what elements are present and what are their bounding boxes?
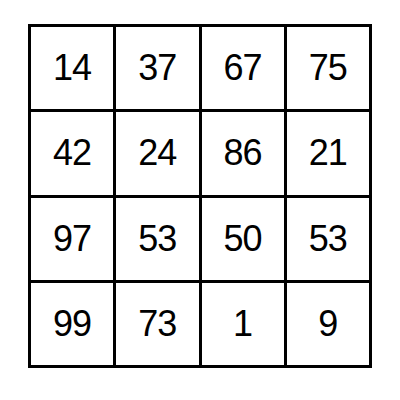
grid-cell-r3c3[interactable]: 9 bbox=[287, 283, 369, 365]
grid-cell-r0c3[interactable]: 75 bbox=[287, 27, 369, 109]
grid-cell-r0c2[interactable]: 67 bbox=[202, 27, 284, 109]
grid-cell-r0c1[interactable]: 37 bbox=[116, 27, 198, 109]
grid-cell-r3c0[interactable]: 99 bbox=[31, 283, 113, 365]
grid-cell-r2c3[interactable]: 53 bbox=[287, 198, 369, 280]
grid-cell-r1c0[interactable]: 42 bbox=[31, 112, 113, 194]
grid-cell-r3c2[interactable]: 1 bbox=[202, 283, 284, 365]
grid-cell-r1c2[interactable]: 86 bbox=[202, 112, 284, 194]
number-grid: 14 37 67 75 42 24 86 21 97 53 50 53 99 7… bbox=[28, 24, 372, 368]
grid-cell-r0c0[interactable]: 14 bbox=[31, 27, 113, 109]
grid-cell-r2c2[interactable]: 50 bbox=[202, 198, 284, 280]
grid-cell-r3c1[interactable]: 73 bbox=[116, 283, 198, 365]
grid-cell-r1c1[interactable]: 24 bbox=[116, 112, 198, 194]
grid-cell-r2c1[interactable]: 53 bbox=[116, 198, 198, 280]
grid-cell-r2c0[interactable]: 97 bbox=[31, 198, 113, 280]
grid-cell-r1c3[interactable]: 21 bbox=[287, 112, 369, 194]
number-grid-board: 14 37 67 75 42 24 86 21 97 53 50 53 99 7… bbox=[28, 24, 372, 368]
